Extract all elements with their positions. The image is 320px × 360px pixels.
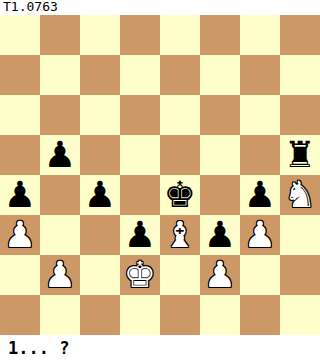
piece-black-pawn: ♟ (84, 175, 116, 215)
square-c1[interactable] (80, 295, 120, 335)
square-d2[interactable]: ♚ (120, 255, 160, 295)
square-h4[interactable]: ♞ (280, 175, 320, 215)
square-e1[interactable] (160, 295, 200, 335)
piece-white-king: ♚ (124, 255, 156, 295)
square-a1[interactable] (0, 295, 40, 335)
square-b7[interactable] (40, 55, 80, 95)
piece-black-pawn: ♟ (244, 175, 276, 215)
square-h8[interactable] (280, 15, 320, 55)
square-d7[interactable] (120, 55, 160, 95)
piece-white-pawn: ♟ (244, 215, 276, 255)
square-g8[interactable] (240, 15, 280, 55)
square-d4[interactable] (120, 175, 160, 215)
square-c7[interactable] (80, 55, 120, 95)
square-a7[interactable] (0, 55, 40, 95)
square-g6[interactable] (240, 95, 280, 135)
square-h5[interactable]: ♜ (280, 135, 320, 175)
square-d8[interactable] (120, 15, 160, 55)
square-b2[interactable]: ♟ (40, 255, 80, 295)
square-e3[interactable]: ♝ (160, 215, 200, 255)
square-f7[interactable] (200, 55, 240, 95)
square-a4[interactable]: ♟ (0, 175, 40, 215)
square-e8[interactable] (160, 15, 200, 55)
piece-black-rook: ♜ (284, 135, 316, 175)
piece-white-pawn: ♟ (44, 255, 76, 295)
square-g2[interactable] (240, 255, 280, 295)
piece-white-pawn: ♟ (204, 255, 236, 295)
square-f5[interactable] (200, 135, 240, 175)
square-d3[interactable]: ♟ (120, 215, 160, 255)
piece-black-pawn: ♟ (44, 135, 76, 175)
square-b1[interactable] (40, 295, 80, 335)
square-e4[interactable]: ♚ (160, 175, 200, 215)
square-g1[interactable] (240, 295, 280, 335)
square-f2[interactable]: ♟ (200, 255, 240, 295)
piece-black-pawn: ♟ (4, 175, 36, 215)
square-f1[interactable] (200, 295, 240, 335)
square-b8[interactable] (40, 15, 80, 55)
square-c5[interactable] (80, 135, 120, 175)
square-d1[interactable] (120, 295, 160, 335)
square-h3[interactable] (280, 215, 320, 255)
square-a6[interactable] (0, 95, 40, 135)
square-c4[interactable]: ♟ (80, 175, 120, 215)
square-a3[interactable]: ♟ (0, 215, 40, 255)
square-a8[interactable] (0, 15, 40, 55)
square-h6[interactable] (280, 95, 320, 135)
square-h2[interactable] (280, 255, 320, 295)
puzzle-id-label: T1.0763 (0, 0, 320, 15)
square-c6[interactable] (80, 95, 120, 135)
piece-black-pawn: ♟ (124, 215, 156, 255)
square-f4[interactable] (200, 175, 240, 215)
square-e6[interactable] (160, 95, 200, 135)
square-h1[interactable] (280, 295, 320, 335)
square-b4[interactable] (40, 175, 80, 215)
square-a5[interactable] (0, 135, 40, 175)
piece-white-pawn: ♟ (4, 215, 36, 255)
square-e5[interactable] (160, 135, 200, 175)
square-e7[interactable] (160, 55, 200, 95)
chess-diagram-page: T1.0763 ♟♜♟♟♚♟♞♟♟♝♟♟♟♚♟ 1... ? (0, 0, 320, 360)
piece-black-king: ♚ (164, 175, 196, 215)
square-c8[interactable] (80, 15, 120, 55)
chess-board: ♟♜♟♟♚♟♞♟♟♝♟♟♟♚♟ (0, 15, 320, 335)
square-f6[interactable] (200, 95, 240, 135)
square-g3[interactable]: ♟ (240, 215, 280, 255)
square-c3[interactable] (80, 215, 120, 255)
square-g4[interactable]: ♟ (240, 175, 280, 215)
square-g7[interactable] (240, 55, 280, 95)
square-g5[interactable] (240, 135, 280, 175)
square-d6[interactable] (120, 95, 160, 135)
square-a2[interactable] (0, 255, 40, 295)
square-b3[interactable] (40, 215, 80, 255)
square-f3[interactable]: ♟ (200, 215, 240, 255)
square-d5[interactable] (120, 135, 160, 175)
square-f8[interactable] (200, 15, 240, 55)
square-c2[interactable] (80, 255, 120, 295)
square-h7[interactable] (280, 55, 320, 95)
square-b5[interactable]: ♟ (40, 135, 80, 175)
move-prompt-label: 1... ? (0, 335, 320, 360)
square-b6[interactable] (40, 95, 80, 135)
piece-white-bishop: ♝ (164, 215, 196, 255)
square-e2[interactable] (160, 255, 200, 295)
piece-black-pawn: ♟ (204, 215, 236, 255)
piece-white-knight: ♞ (284, 175, 316, 215)
